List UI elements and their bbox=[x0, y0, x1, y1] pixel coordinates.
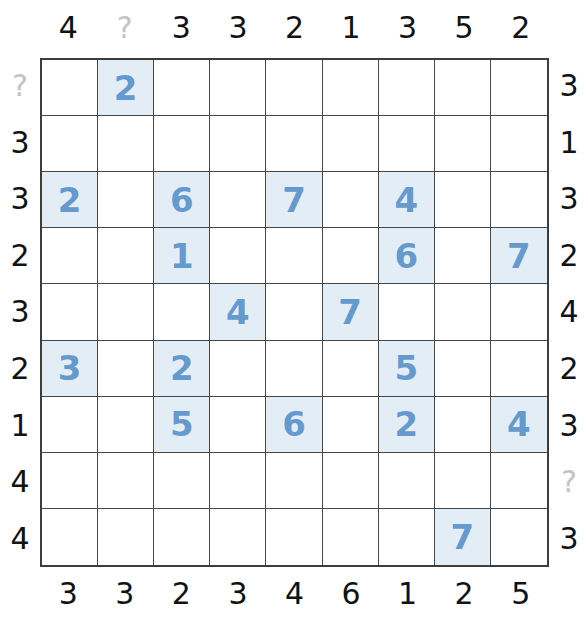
cell-r9c9[interactable] bbox=[491, 509, 547, 565]
cell-r6c2[interactable] bbox=[98, 341, 154, 397]
clue-right-6: 2 bbox=[550, 341, 588, 398]
clue-bottom-6: 6 bbox=[323, 569, 380, 618]
cell-r8c9[interactable] bbox=[491, 453, 547, 509]
cell-r7c2[interactable] bbox=[98, 397, 154, 453]
cell-r4c6[interactable] bbox=[323, 228, 379, 284]
cell-r1c1[interactable] bbox=[42, 60, 98, 116]
cell-r3c8[interactable] bbox=[435, 172, 491, 228]
cell-r8c8[interactable] bbox=[435, 453, 491, 509]
cell-r6c6[interactable] bbox=[323, 341, 379, 397]
clue-bottom-8: 2 bbox=[436, 569, 493, 618]
top-clues: 4?3321352 bbox=[40, 0, 549, 56]
cell-r6c1: 3 bbox=[42, 341, 98, 397]
cell-r1c3[interactable] bbox=[154, 60, 210, 116]
clue-top-7: 3 bbox=[379, 0, 436, 56]
cell-r5c1[interactable] bbox=[42, 284, 98, 340]
clue-bottom-7: 1 bbox=[379, 569, 436, 618]
cell-r3c9[interactable] bbox=[491, 172, 547, 228]
cell-r9c8: 7 bbox=[435, 509, 491, 565]
cell-r6c3: 2 bbox=[154, 341, 210, 397]
cell-r5c3[interactable] bbox=[154, 284, 210, 340]
clue-bottom-2: 3 bbox=[97, 569, 154, 618]
cell-r3c6[interactable] bbox=[323, 172, 379, 228]
cell-r4c8[interactable] bbox=[435, 228, 491, 284]
cell-r3c3: 6 bbox=[154, 172, 210, 228]
clue-top-2: ? bbox=[97, 0, 154, 56]
clue-left-8: 4 bbox=[0, 454, 40, 511]
cell-r7c9: 4 bbox=[491, 397, 547, 453]
cell-r7c7: 2 bbox=[379, 397, 435, 453]
cell-r3c2[interactable] bbox=[98, 172, 154, 228]
cell-r1c9[interactable] bbox=[491, 60, 547, 116]
cell-r9c6[interactable] bbox=[323, 509, 379, 565]
puzzle-board: 226741674732556247 bbox=[40, 58, 549, 567]
clue-bottom-9: 5 bbox=[492, 569, 549, 618]
cell-r9c5[interactable] bbox=[266, 509, 322, 565]
cell-r8c2[interactable] bbox=[98, 453, 154, 509]
cell-r7c1[interactable] bbox=[42, 397, 98, 453]
clue-left-4: 2 bbox=[0, 228, 40, 285]
clue-right-8: ? bbox=[550, 454, 588, 511]
cell-r9c7[interactable] bbox=[379, 509, 435, 565]
cell-r8c7[interactable] bbox=[379, 453, 435, 509]
clue-right-3: 3 bbox=[550, 171, 588, 228]
cell-r7c4[interactable] bbox=[210, 397, 266, 453]
cell-r4c9: 7 bbox=[491, 228, 547, 284]
cell-r7c8[interactable] bbox=[435, 397, 491, 453]
clue-right-9: 3 bbox=[550, 510, 588, 567]
clue-left-1: ? bbox=[0, 58, 40, 115]
clue-top-1: 4 bbox=[40, 0, 97, 56]
cell-r8c3[interactable] bbox=[154, 453, 210, 509]
cell-r1c4[interactable] bbox=[210, 60, 266, 116]
cell-r3c5: 7 bbox=[266, 172, 322, 228]
bottom-clues: 332346125 bbox=[40, 569, 549, 618]
clue-right-4: 2 bbox=[550, 228, 588, 285]
cell-r7c5: 6 bbox=[266, 397, 322, 453]
cell-r1c8[interactable] bbox=[435, 60, 491, 116]
cell-r8c5[interactable] bbox=[266, 453, 322, 509]
cell-r4c5[interactable] bbox=[266, 228, 322, 284]
cell-r5c4: 4 bbox=[210, 284, 266, 340]
cell-r5c8[interactable] bbox=[435, 284, 491, 340]
cell-r3c7: 4 bbox=[379, 172, 435, 228]
cell-r1c7[interactable] bbox=[379, 60, 435, 116]
clue-top-5: 2 bbox=[266, 0, 323, 56]
clue-top-6: 1 bbox=[323, 0, 380, 56]
cell-r4c7: 6 bbox=[379, 228, 435, 284]
cell-r5c5[interactable] bbox=[266, 284, 322, 340]
cell-r4c1[interactable] bbox=[42, 228, 98, 284]
cell-r1c2: 2 bbox=[98, 60, 154, 116]
right-clues: 3132423?3 bbox=[550, 58, 588, 567]
cell-r2c5[interactable] bbox=[266, 116, 322, 172]
cell-r2c6[interactable] bbox=[323, 116, 379, 172]
cell-r5c2[interactable] bbox=[98, 284, 154, 340]
cell-r1c5[interactable] bbox=[266, 60, 322, 116]
cell-r7c3: 5 bbox=[154, 397, 210, 453]
cell-r2c7[interactable] bbox=[379, 116, 435, 172]
cell-r6c5[interactable] bbox=[266, 341, 322, 397]
clue-top-4: 3 bbox=[210, 0, 267, 56]
cell-r9c4[interactable] bbox=[210, 509, 266, 565]
clue-bottom-5: 4 bbox=[266, 569, 323, 618]
cell-r9c1[interactable] bbox=[42, 509, 98, 565]
cell-r2c8[interactable] bbox=[435, 116, 491, 172]
cell-r3c4[interactable] bbox=[210, 172, 266, 228]
cell-r2c3[interactable] bbox=[154, 116, 210, 172]
cell-r4c3: 1 bbox=[154, 228, 210, 284]
clue-right-1: 3 bbox=[550, 58, 588, 115]
cell-r7c6[interactable] bbox=[323, 397, 379, 453]
cell-r9c3[interactable] bbox=[154, 509, 210, 565]
clue-top-3: 3 bbox=[153, 0, 210, 56]
cell-r8c4[interactable] bbox=[210, 453, 266, 509]
cell-r1c6[interactable] bbox=[323, 60, 379, 116]
cell-r8c6[interactable] bbox=[323, 453, 379, 509]
cell-r6c8[interactable] bbox=[435, 341, 491, 397]
clue-right-5: 4 bbox=[550, 284, 588, 341]
clue-bottom-4: 3 bbox=[210, 569, 267, 618]
cell-r3c1: 2 bbox=[42, 172, 98, 228]
left-clues: ?33232144 bbox=[0, 58, 40, 567]
cell-r6c9[interactable] bbox=[491, 341, 547, 397]
clue-left-2: 3 bbox=[0, 115, 40, 172]
clue-left-9: 4 bbox=[0, 510, 40, 567]
cell-r4c4[interactable] bbox=[210, 228, 266, 284]
clue-top-9: 2 bbox=[492, 0, 549, 56]
cell-r4c2[interactable] bbox=[98, 228, 154, 284]
clue-bottom-3: 2 bbox=[153, 569, 210, 618]
clue-left-3: 3 bbox=[0, 171, 40, 228]
cell-r6c4[interactable] bbox=[210, 341, 266, 397]
clue-right-2: 1 bbox=[550, 115, 588, 172]
skyscrapers-puzzle: 4?3321352 ?33232144 226741674732556247 3… bbox=[0, 0, 588, 620]
cell-r5c7[interactable] bbox=[379, 284, 435, 340]
cell-r2c4[interactable] bbox=[210, 116, 266, 172]
cell-r2c9[interactable] bbox=[491, 116, 547, 172]
cell-r9c2[interactable] bbox=[98, 509, 154, 565]
cell-r2c2[interactable] bbox=[98, 116, 154, 172]
cell-r6c7: 5 bbox=[379, 341, 435, 397]
cell-r5c9[interactable] bbox=[491, 284, 547, 340]
clue-right-7: 3 bbox=[550, 397, 588, 454]
clue-top-8: 5 bbox=[436, 0, 493, 56]
cell-r8c1[interactable] bbox=[42, 453, 98, 509]
cell-r2c1[interactable] bbox=[42, 116, 98, 172]
clue-bottom-1: 3 bbox=[40, 569, 97, 618]
clue-left-5: 3 bbox=[0, 284, 40, 341]
clue-left-7: 1 bbox=[0, 397, 40, 454]
cell-r5c6: 7 bbox=[323, 284, 379, 340]
clue-left-6: 2 bbox=[0, 341, 40, 398]
